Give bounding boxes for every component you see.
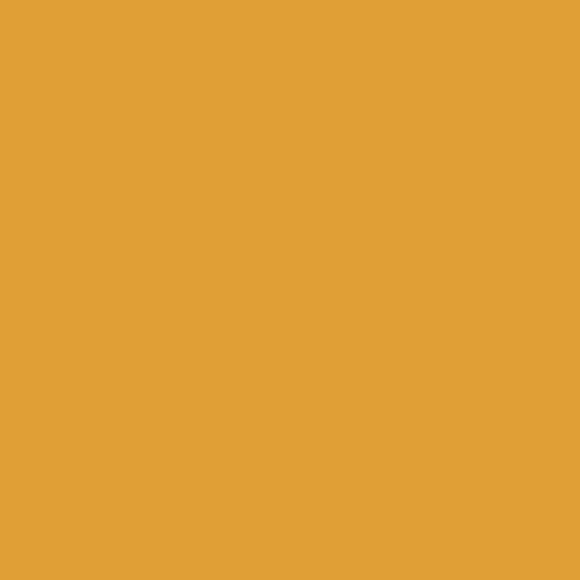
grid-lines (0, 0, 580, 580)
go-board[interactable] (0, 0, 580, 580)
